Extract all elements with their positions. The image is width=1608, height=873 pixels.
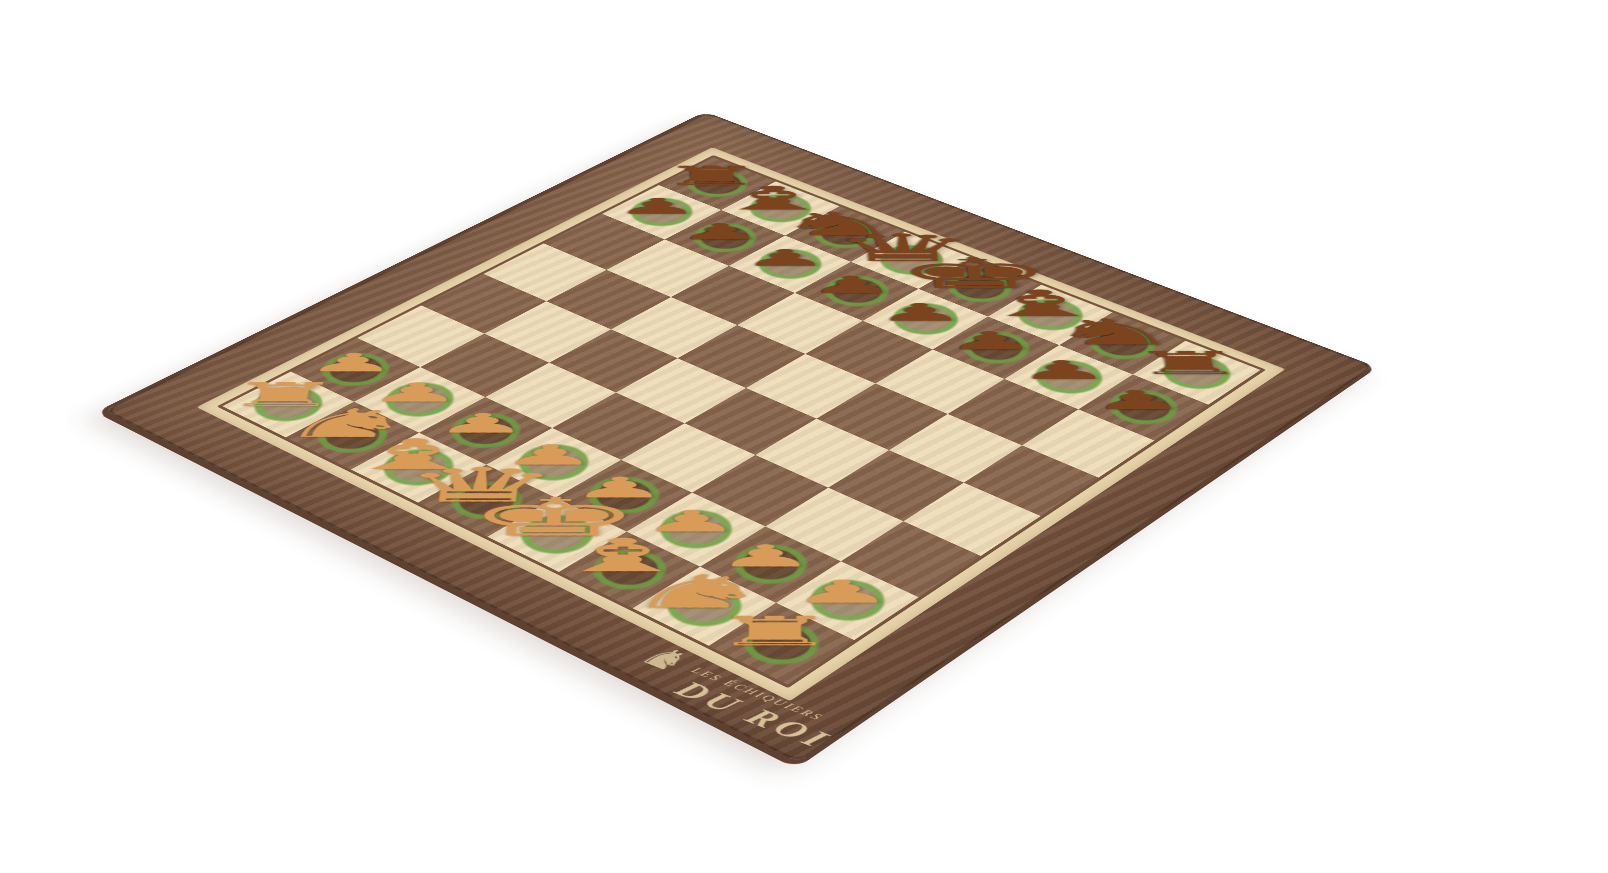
- piece-black-pawn-e7[interactable]: ♟: [843, 300, 999, 324]
- piece-black-pawn-d7[interactable]: ♟: [776, 273, 929, 296]
- pieces-layer: ♜♝♟♞♟♛♟♚♟♝♟♞♟♟♜♟♟♜♟♟♞♟♝♟♛♟♚♟♝♟♞♜: [707, 113, 1374, 366]
- piece-black-pawn-a7[interactable]: ♟: [584, 195, 731, 217]
- piece-black-pawn-c7[interactable]: ♟: [710, 246, 861, 269]
- piece-black-pawn-b7[interactable]: ♟: [646, 221, 795, 243]
- piece-white-pawn-a2[interactable]: ♟: [270, 350, 433, 375]
- piece-black-pawn-f7[interactable]: ♟: [911, 328, 1070, 353]
- piece-black-pawn-g7[interactable]: ♟: [982, 357, 1145, 383]
- chess-board: ♞ LES ÉCHIQUIERS DU ROI ♜♝♟♞♟♛♟♚♟♝♟♞♟♟♜♟…: [104, 113, 1374, 763]
- product-photo-background: ♞ LES ÉCHIQUIERS DU ROI ♜♝♟♞♟♛♟♚♟♝♟♞♟♟♜♟…: [0, 0, 1608, 873]
